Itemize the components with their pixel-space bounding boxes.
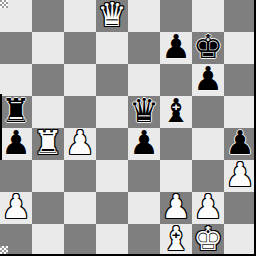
square-b2[interactable]	[32, 192, 64, 224]
square-d7[interactable]	[96, 32, 128, 64]
square-g1[interactable]: ♚	[192, 224, 224, 256]
square-h1[interactable]	[224, 224, 256, 256]
square-c2[interactable]	[64, 192, 96, 224]
piece-white-pawn[interactable]: ♟	[65, 127, 95, 159]
square-f5[interactable]: ♝	[160, 96, 192, 128]
square-b7[interactable]	[32, 32, 64, 64]
piece-black-bishop[interactable]: ♝	[161, 95, 191, 127]
square-e2[interactable]	[128, 192, 160, 224]
square-c4[interactable]: ♟	[64, 128, 96, 160]
square-h3[interactable]: ♟	[224, 160, 256, 192]
piece-white-pawn[interactable]: ♟	[1, 191, 31, 223]
board-left-border-fragment	[0, 94, 2, 160]
square-b1[interactable]	[32, 224, 64, 256]
piece-white-queen[interactable]: ♛	[97, 0, 127, 31]
piece-black-pawn[interactable]: ♟	[1, 127, 31, 159]
board-right-border	[254, 0, 256, 256]
square-a7[interactable]	[0, 32, 32, 64]
square-d8[interactable]: ♛	[96, 0, 128, 32]
piece-white-pawn[interactable]: ♟	[225, 159, 255, 191]
square-d3[interactable]	[96, 160, 128, 192]
square-e1[interactable]	[128, 224, 160, 256]
square-h7[interactable]	[224, 32, 256, 64]
square-h6[interactable]	[224, 64, 256, 96]
square-e4[interactable]: ♟	[128, 128, 160, 160]
screen-dither-artifact	[0, 246, 8, 254]
piece-black-pawn[interactable]: ♟	[129, 127, 159, 159]
square-c3[interactable]	[64, 160, 96, 192]
square-f7[interactable]: ♟	[160, 32, 192, 64]
square-h2[interactable]	[224, 192, 256, 224]
square-c7[interactable]	[64, 32, 96, 64]
square-e7[interactable]	[128, 32, 160, 64]
square-c6[interactable]	[64, 64, 96, 96]
screen-dither-artifact	[0, 0, 8, 8]
square-g4[interactable]	[192, 128, 224, 160]
square-e3[interactable]	[128, 160, 160, 192]
square-a2[interactable]: ♟	[0, 192, 32, 224]
square-e8[interactable]	[128, 0, 160, 32]
square-d4[interactable]	[96, 128, 128, 160]
square-g6[interactable]: ♟	[192, 64, 224, 96]
square-d2[interactable]	[96, 192, 128, 224]
piece-black-pawn[interactable]: ♟	[161, 31, 191, 63]
square-d6[interactable]	[96, 64, 128, 96]
square-b4[interactable]: ♜	[32, 128, 64, 160]
square-b8[interactable]	[32, 0, 64, 32]
square-a4[interactable]: ♟	[0, 128, 32, 160]
chess-board-window: ♛♟♚♟♜♛♝♟♜♟♟♟♟♟♟♟♝♚	[0, 0, 256, 256]
square-f4[interactable]	[160, 128, 192, 160]
piece-black-pawn[interactable]: ♟	[193, 63, 223, 95]
square-b3[interactable]	[32, 160, 64, 192]
square-f1[interactable]: ♝	[160, 224, 192, 256]
square-b6[interactable]	[32, 64, 64, 96]
square-d1[interactable]	[96, 224, 128, 256]
chess-board: ♛♟♚♟♜♛♝♟♜♟♟♟♟♟♟♟♝♚	[0, 0, 256, 256]
piece-white-rook[interactable]: ♜	[33, 127, 63, 159]
piece-white-bishop[interactable]: ♝	[161, 223, 191, 255]
piece-white-king[interactable]: ♚	[193, 223, 223, 255]
square-c1[interactable]	[64, 224, 96, 256]
square-d5[interactable]	[96, 96, 128, 128]
square-c8[interactable]	[64, 0, 96, 32]
square-h8[interactable]	[224, 0, 256, 32]
square-g5[interactable]	[192, 96, 224, 128]
